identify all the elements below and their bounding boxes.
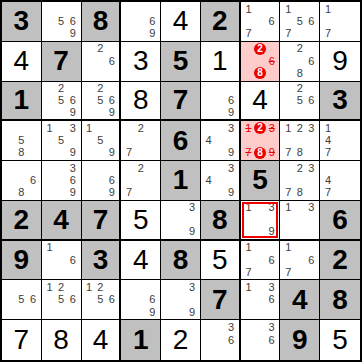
- candidate-1: [4, 162, 16, 174]
- candidate-8: 8: [254, 67, 266, 79]
- cell-r7c9[interactable]: 2: [320, 241, 360, 281]
- candidate-1: [84, 83, 95, 95]
- given-digit: 8: [161, 241, 200, 280]
- cell-r7c7[interactable]: 167: [241, 241, 281, 281]
- cell-r4c2[interactable]: 1359: [42, 121, 82, 161]
- candidate-2: 2: [95, 83, 106, 95]
- candidate-grid: 349: [201, 121, 239, 160]
- candidate-3: [147, 122, 159, 134]
- cell-r9c5[interactable]: 2: [161, 320, 201, 360]
- candidate-5: [135, 294, 147, 306]
- given-digit: 6: [161, 121, 200, 160]
- candidate-2: [135, 281, 147, 293]
- cell-r8c4[interactable]: 69: [121, 280, 161, 320]
- candidate-9: 9: [266, 226, 278, 238]
- cell-r9c1[interactable]: 7: [2, 320, 42, 360]
- candidate-9: [27, 306, 39, 318]
- candidate-6: 6: [306, 55, 318, 67]
- cell-r2c2[interactable]: 7: [42, 42, 82, 82]
- candidate-9: 9: [225, 187, 236, 199]
- candidate-5: 5: [55, 135, 67, 147]
- cell-r2c7[interactable]: 268: [241, 42, 281, 82]
- candidate-3: [27, 122, 39, 134]
- candidate-5: [135, 15, 147, 27]
- candidate-1: 1: [322, 3, 334, 15]
- candidate-3: 3: [67, 122, 79, 134]
- cell-r7c1[interactable]: 9: [2, 241, 42, 281]
- candidate-1: [203, 162, 214, 174]
- cell-r1c1[interactable]: 3: [2, 2, 42, 42]
- cell-r2c3[interactable]: 26: [82, 42, 122, 82]
- candidate-6: 6: [106, 294, 117, 306]
- candidate-3: 3: [186, 281, 198, 293]
- candidate-2: [214, 122, 225, 134]
- candidate-6: 6: [67, 254, 79, 266]
- candidate-8: [135, 147, 147, 159]
- candidate-9: [225, 346, 236, 359]
- candidate-9: [266, 306, 278, 318]
- candidate-5: [254, 214, 266, 226]
- cell-r6c2[interactable]: 4: [42, 201, 82, 241]
- cell-r8c7[interactable]: 136: [241, 280, 281, 320]
- candidate-grid: 167: [241, 2, 280, 41]
- cell-r6c7[interactable]: 139: [241, 201, 281, 241]
- candidate-8: [254, 306, 266, 318]
- cell-r5c2[interactable]: 369: [42, 161, 82, 201]
- circled-candidate-2: 2: [254, 43, 266, 55]
- candidate-5: 5: [55, 15, 67, 27]
- candidate-6: 6: [67, 15, 79, 27]
- candidate-3: 3: [306, 202, 318, 214]
- cell-r3c6[interactable]: 69: [201, 82, 241, 122]
- cell-r5c5[interactable]: 1: [161, 161, 201, 201]
- candidate-5: 5: [95, 135, 106, 147]
- candidate-5: 5: [55, 294, 67, 306]
- candidate-1: 1: [243, 281, 255, 293]
- candidate-8: [95, 187, 106, 199]
- candidate-7: [123, 28, 135, 40]
- candidate-5: [254, 55, 266, 67]
- candidate-8: [254, 28, 266, 40]
- cell-r2c6[interactable]: 1: [201, 42, 241, 82]
- cell-r5c1[interactable]: 68: [2, 161, 42, 201]
- candidate-4: [163, 214, 175, 226]
- candidate-1: [322, 162, 334, 174]
- cell-r3c5[interactable]: 7: [161, 82, 201, 122]
- candidate-4: [84, 294, 95, 306]
- candidate-7: [282, 226, 294, 238]
- candidate-4: [243, 254, 255, 266]
- candidate-6: 6: [306, 15, 318, 27]
- cell-r7c3[interactable]: 3: [82, 241, 122, 281]
- candidate-1: [44, 3, 56, 15]
- candidate-1: 1: [243, 122, 254, 134]
- cell-r4c8[interactable]: 12378: [280, 121, 320, 161]
- candidate-5: [334, 15, 346, 27]
- candidate-grid: 26: [82, 42, 120, 81]
- cell-r8c9[interactable]: 8: [320, 280, 360, 320]
- solved-digit: 4: [121, 241, 160, 280]
- cell-r7c2[interactable]: 16: [42, 241, 82, 281]
- candidate-2: 2: [294, 162, 306, 174]
- candidate-2: [16, 281, 28, 293]
- candidate-5: [214, 94, 225, 106]
- cell-r1c7[interactable]: 167: [241, 2, 281, 42]
- candidate-grid: 68: [2, 161, 41, 200]
- candidate-7: [84, 187, 95, 199]
- cell-r6c1[interactable]: 2: [2, 201, 42, 241]
- candidate-grid: 147: [320, 121, 360, 160]
- candidate-8: [214, 346, 225, 359]
- candidate-6: [225, 135, 236, 147]
- candidate-9: [306, 28, 318, 40]
- solved-digit: 5: [320, 320, 360, 360]
- candidate-grid: 2569: [82, 82, 120, 120]
- given-digit: 2: [2, 201, 41, 239]
- candidate-grid: 39: [161, 201, 200, 239]
- given-digit: 3: [82, 241, 120, 280]
- candidate-4: [322, 15, 334, 27]
- candidate-2: 2: [135, 122, 147, 134]
- candidate-8: [334, 28, 346, 40]
- cell-r4c1[interactable]: 58: [2, 121, 42, 161]
- candidate-1: [123, 281, 135, 293]
- candidate-2: [214, 83, 225, 95]
- candidate-4: [243, 334, 255, 347]
- cell-r4c6[interactable]: 349: [201, 121, 241, 161]
- cell-r7c8[interactable]: 167: [280, 241, 320, 281]
- cell-r7c5[interactable]: 8: [161, 241, 201, 281]
- candidate-9: [306, 226, 318, 238]
- candidate-6: 6: [306, 254, 318, 266]
- candidate-7: [243, 67, 254, 79]
- candidate-8: [175, 226, 187, 238]
- candidate-6: 6: [27, 294, 39, 306]
- cell-r4c4[interactable]: 27: [121, 121, 161, 161]
- candidate-4: [243, 15, 255, 27]
- candidate-7: [243, 306, 255, 318]
- candidate-9: 9: [67, 147, 79, 159]
- candidate-2: [55, 3, 67, 15]
- candidate-5: [254, 334, 266, 347]
- candidate-2: [214, 162, 225, 174]
- candidate-5: [254, 294, 266, 306]
- candidate-3: [147, 281, 159, 293]
- candidate-4: [123, 15, 135, 27]
- candidate-2: [294, 202, 306, 214]
- candidate-7: [163, 306, 175, 318]
- candidate-5: [294, 174, 306, 186]
- candidate-6: 6: [225, 94, 236, 106]
- candidate-4: [282, 214, 294, 226]
- cell-r5c7[interactable]: 5: [241, 161, 281, 201]
- candidate-6: [147, 174, 159, 186]
- candidate-grid: 1359: [42, 121, 81, 160]
- candidate-5: [95, 55, 106, 67]
- candidate-grid: 69: [82, 161, 120, 200]
- candidate-6: [147, 135, 159, 147]
- candidate-4: [44, 94, 56, 106]
- candidate-5: [55, 174, 67, 186]
- candidate-4: [243, 55, 254, 67]
- candidate-5: [214, 174, 225, 186]
- given-digit: 9: [280, 320, 319, 360]
- cell-r8c6[interactable]: 7: [201, 280, 241, 320]
- candidate-4: [243, 135, 254, 147]
- candidate-grid: 36: [241, 320, 280, 360]
- cell-r1c6[interactable]: 2: [201, 2, 241, 42]
- cell-r5c8[interactable]: 2378: [280, 161, 320, 201]
- candidate-8: 8: [16, 147, 28, 159]
- candidate-9: [106, 306, 117, 318]
- candidate-grid: 349: [201, 161, 239, 200]
- cell-r5c3[interactable]: 69: [82, 161, 122, 201]
- cell-r9c9[interactable]: 5: [320, 320, 360, 360]
- cell-r3c3[interactable]: 2569: [82, 82, 122, 122]
- candidate-9: [27, 187, 39, 199]
- candidate-3: [147, 162, 159, 174]
- cell-r2c4[interactable]: 3: [121, 42, 161, 82]
- given-digit: 4: [42, 201, 81, 239]
- cell-r5c9[interactable]: 47: [320, 161, 360, 201]
- candidate-5: [294, 135, 306, 147]
- candidate-1: 1: [282, 3, 294, 15]
- cell-r8c1[interactable]: 56: [2, 280, 42, 320]
- candidate-3: 3: [225, 162, 236, 174]
- given-digit: 1: [2, 82, 41, 120]
- candidate-4: 4: [203, 135, 214, 147]
- candidate-grid: 369: [42, 161, 81, 200]
- candidate-1: [44, 83, 56, 95]
- candidate-9: 9: [147, 28, 159, 40]
- cell-r3c2[interactable]: 2569: [42, 82, 82, 122]
- candidate-9: [106, 67, 117, 79]
- sudoku-board: 3569869421671567174726351268268912569256…: [0, 0, 362, 362]
- candidate-3: [106, 281, 117, 293]
- candidate-9: 9: [225, 147, 236, 159]
- cell-r2c9[interactable]: 9: [320, 42, 360, 82]
- cell-r4c9[interactable]: 147: [320, 121, 360, 161]
- candidate-9: 9: [67, 187, 79, 199]
- candidate-6: 6: [266, 254, 278, 266]
- candidate-2: [175, 281, 187, 293]
- candidate-3: [147, 3, 159, 15]
- candidate-8: [294, 226, 306, 238]
- candidate-1: 1: [243, 202, 255, 214]
- cell-r6c5[interactable]: 39: [161, 201, 201, 241]
- cell-r9c7[interactable]: 36: [241, 320, 281, 360]
- candidate-4: [44, 294, 56, 306]
- candidate-grid: 167: [280, 241, 319, 280]
- given-digit: 9: [2, 241, 41, 280]
- circled-candidate-8: 8: [254, 147, 266, 159]
- candidate-8: [95, 106, 106, 118]
- candidate-3: 3: [67, 162, 79, 174]
- candidate-1: [203, 321, 214, 334]
- candidate-5: 5: [16, 294, 28, 306]
- candidate-grid: 69: [121, 2, 160, 41]
- candidate-4: [243, 214, 255, 226]
- cell-r5c4[interactable]: 27: [121, 161, 161, 201]
- candidate-7: [44, 106, 56, 118]
- candidate-grid: 139: [241, 201, 280, 239]
- candidate-6: [266, 214, 278, 226]
- candidate-5: [175, 294, 187, 306]
- cell-r1c8[interactable]: 1567: [280, 2, 320, 42]
- cell-r1c3[interactable]: 8: [82, 2, 122, 42]
- candidate-3: [266, 43, 277, 55]
- solved-digit: 8: [42, 320, 81, 360]
- cell-r1c9[interactable]: 17: [320, 2, 360, 42]
- cell-r9c8[interactable]: 9: [280, 320, 320, 360]
- candidate-grid: 36: [201, 320, 239, 360]
- cell-r6c9[interactable]: 6: [320, 201, 360, 241]
- candidate-3: [67, 83, 79, 95]
- candidate-7: 7: [322, 28, 334, 40]
- cell-r9c3[interactable]: 4: [82, 320, 122, 360]
- cell-r8c2[interactable]: 1256: [42, 280, 82, 320]
- cell-r8c5[interactable]: 39: [161, 280, 201, 320]
- candidate-4: [44, 174, 56, 186]
- candidate-grid: 1256: [82, 280, 120, 319]
- cell-r1c4[interactable]: 69: [121, 2, 161, 42]
- cell-r6c3[interactable]: 7: [82, 201, 122, 241]
- cell-r6c4[interactable]: 5: [121, 201, 161, 241]
- candidate-grid: 58: [2, 121, 41, 160]
- candidate-2: 2: [294, 122, 306, 134]
- candidate-7: [282, 67, 294, 79]
- cell-r3c9[interactable]: 3: [320, 82, 360, 122]
- cell-r3c1[interactable]: 1: [2, 82, 42, 122]
- candidate-4: [282, 15, 294, 27]
- cell-r8c3[interactable]: 1256: [82, 280, 122, 320]
- candidate-3: [67, 3, 79, 15]
- candidate-9: [306, 106, 318, 118]
- candidate-8: [55, 28, 67, 40]
- candidate-6: [306, 135, 318, 147]
- cell-r7c6[interactable]: 5: [201, 241, 241, 281]
- cell-r3c4[interactable]: 8: [121, 82, 161, 122]
- candidate-4: [4, 135, 16, 147]
- candidate-1: [4, 281, 16, 293]
- candidate-3: 3: [266, 122, 277, 134]
- candidate-3: [346, 3, 358, 15]
- candidate-7: 7: [123, 147, 135, 159]
- candidate-7: 7: [322, 147, 334, 159]
- candidate-7: 7: [282, 187, 294, 199]
- candidate-6: 6: [67, 294, 79, 306]
- candidate-2: [55, 162, 67, 174]
- cell-r3c8[interactable]: 256: [280, 82, 320, 122]
- candidate-9: [306, 67, 318, 79]
- candidate-8: 8: [294, 187, 306, 199]
- candidate-1: [203, 83, 214, 95]
- cell-r7c4[interactable]: 4: [121, 241, 161, 281]
- candidate-5: [294, 254, 306, 266]
- candidate-1: [282, 43, 294, 55]
- cell-r9c2[interactable]: 8: [42, 320, 82, 360]
- candidate-7: 7: [243, 266, 255, 278]
- candidate-1: 1: [44, 281, 56, 293]
- candidate-7: 7: [123, 187, 135, 199]
- candidate-4: [282, 135, 294, 147]
- candidate-9: 9: [67, 106, 79, 118]
- candidate-2: [95, 162, 106, 174]
- candidate-6: 6: [225, 334, 236, 347]
- candidate-8: [55, 266, 67, 278]
- candidate-1: 1: [44, 242, 56, 254]
- candidate-6: 6: [106, 55, 117, 67]
- given-digit: 1: [121, 320, 160, 360]
- solved-digit: 1: [201, 42, 239, 81]
- candidate-7: [84, 306, 95, 318]
- candidate-1: 1: [84, 122, 95, 134]
- cell-r3c7[interactable]: 4: [241, 82, 281, 122]
- cell-r6c6[interactable]: 8: [201, 201, 241, 241]
- candidate-3: 3: [186, 202, 198, 214]
- candidate-5: [254, 135, 266, 147]
- candidate-6: [225, 174, 236, 186]
- candidate-grid: 268: [241, 42, 280, 81]
- candidate-4: [123, 135, 135, 147]
- candidate-7: [4, 147, 16, 159]
- candidate-2: [254, 242, 266, 254]
- cell-r2c5[interactable]: 5: [161, 42, 201, 82]
- candidate-3: 3: [306, 162, 318, 174]
- given-digit: 7: [201, 280, 239, 319]
- cell-r1c2[interactable]: 569: [42, 2, 82, 42]
- cell-r5c6[interactable]: 349: [201, 161, 241, 201]
- candidate-8: [55, 147, 67, 159]
- solved-digit: 8: [121, 82, 160, 120]
- candidate-9: 9: [67, 28, 79, 40]
- candidate-4: [44, 135, 56, 147]
- candidate-9: 9: [106, 147, 117, 159]
- candidate-9: 9: [147, 306, 159, 318]
- cell-r1c5[interactable]: 4: [161, 2, 201, 42]
- cell-r4c5[interactable]: 6: [161, 121, 201, 161]
- candidate-1: 1: [243, 3, 255, 15]
- cell-r9c4[interactable]: 1: [121, 320, 161, 360]
- candidate-5: [254, 15, 266, 27]
- candidate-grid: 27: [121, 121, 160, 160]
- candidate-3: 3: [306, 122, 318, 134]
- candidate-7: [282, 106, 294, 118]
- cell-r6c8[interactable]: 13: [280, 201, 320, 241]
- candidate-3: [346, 122, 358, 134]
- candidate-3: [106, 122, 117, 134]
- candidate-8: [16, 306, 28, 318]
- candidate-9: 9: [266, 147, 277, 159]
- candidate-3: [306, 242, 318, 254]
- cell-r4c7[interactable]: 123789: [241, 121, 281, 161]
- cell-r9c6[interactable]: 36: [201, 320, 241, 360]
- candidate-6: [266, 135, 277, 147]
- candidate-2: [55, 122, 67, 134]
- candidate-7: 7: [243, 28, 255, 40]
- candidate-4: [84, 135, 95, 147]
- cell-r4c3[interactable]: 159: [82, 121, 122, 161]
- cell-r2c1[interactable]: 4: [2, 42, 42, 82]
- candidate-7: [203, 147, 214, 159]
- candidate-grid: 167: [241, 241, 280, 280]
- cell-r2c8[interactable]: 268: [280, 42, 320, 82]
- candidate-6: 6: [147, 15, 159, 27]
- candidate-9: [306, 266, 318, 278]
- cell-r8c8[interactable]: 4: [280, 280, 320, 320]
- candidate-grid: 69: [201, 82, 239, 120]
- candidate-grid: 47: [320, 161, 360, 200]
